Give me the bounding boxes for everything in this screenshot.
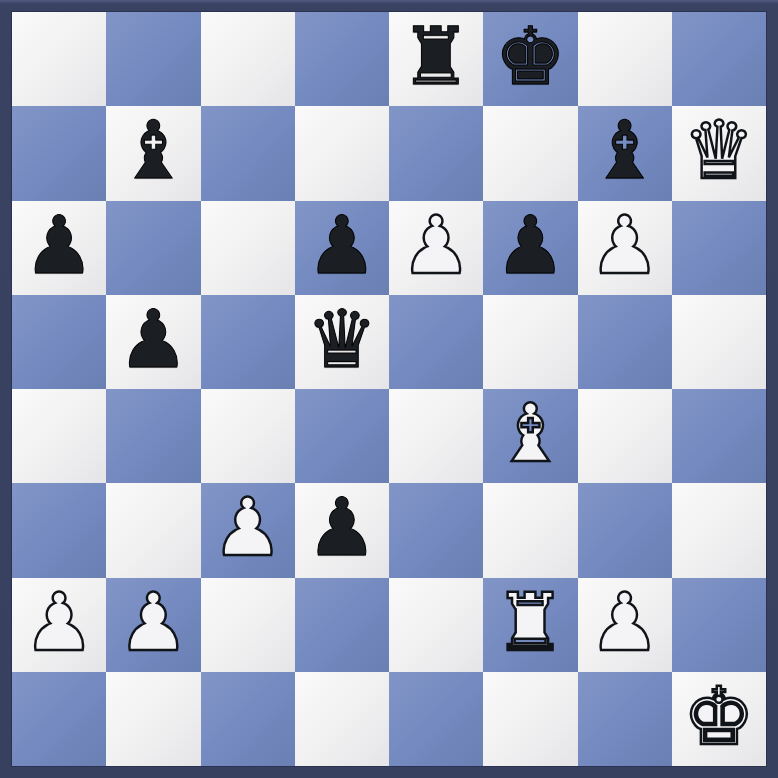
square-g1[interactable] — [578, 672, 672, 766]
square-b6[interactable] — [106, 201, 200, 295]
square-c2[interactable] — [201, 578, 295, 672]
white-bishop-piece[interactable]: ♝ — [495, 389, 567, 481]
white-rook-piece[interactable]: ♜ — [495, 578, 567, 670]
square-c1[interactable] — [201, 672, 295, 766]
square-h5[interactable] — [672, 295, 766, 389]
square-e2[interactable] — [389, 578, 483, 672]
square-h6[interactable] — [672, 201, 766, 295]
square-a3[interactable] — [12, 483, 106, 577]
square-g3[interactable] — [578, 483, 672, 577]
square-h3[interactable] — [672, 483, 766, 577]
board-frame: ♜♚♝♝♛♟♟♟♟♟♟♛♝♟♟♟♟♜♟♚ — [0, 0, 778, 778]
square-g6[interactable]: ♟ — [578, 201, 672, 295]
white-pawn-piece[interactable]: ♟ — [589, 201, 661, 293]
square-d3[interactable]: ♟ — [295, 483, 389, 577]
square-d8[interactable] — [295, 12, 389, 106]
square-a6[interactable]: ♟ — [12, 201, 106, 295]
square-g2[interactable]: ♟ — [578, 578, 672, 672]
square-f6[interactable]: ♟ — [483, 201, 577, 295]
square-e1[interactable] — [389, 672, 483, 766]
white-pawn-piece[interactable]: ♟ — [212, 483, 284, 575]
square-g8[interactable] — [578, 12, 672, 106]
square-d2[interactable] — [295, 578, 389, 672]
square-f7[interactable] — [483, 106, 577, 200]
square-c8[interactable] — [201, 12, 295, 106]
square-a5[interactable] — [12, 295, 106, 389]
square-g5[interactable] — [578, 295, 672, 389]
square-a7[interactable] — [12, 106, 106, 200]
square-d5[interactable]: ♛ — [295, 295, 389, 389]
square-c5[interactable] — [201, 295, 295, 389]
square-h8[interactable] — [672, 12, 766, 106]
square-e7[interactable] — [389, 106, 483, 200]
white-pawn-piece[interactable]: ♟ — [23, 578, 95, 670]
square-c4[interactable] — [201, 389, 295, 483]
square-d4[interactable] — [295, 389, 389, 483]
square-f2[interactable]: ♜ — [483, 578, 577, 672]
black-pawn-piece[interactable]: ♟ — [495, 201, 567, 293]
square-e6[interactable]: ♟ — [389, 201, 483, 295]
square-f8[interactable]: ♚ — [483, 12, 577, 106]
square-e3[interactable] — [389, 483, 483, 577]
white-king-piece[interactable]: ♚ — [683, 672, 755, 764]
white-queen-piece[interactable]: ♛ — [683, 106, 755, 198]
black-pawn-piece[interactable]: ♟ — [118, 295, 190, 387]
square-h4[interactable] — [672, 389, 766, 483]
square-d7[interactable] — [295, 106, 389, 200]
square-b4[interactable] — [106, 389, 200, 483]
square-f1[interactable] — [483, 672, 577, 766]
square-b5[interactable]: ♟ — [106, 295, 200, 389]
black-pawn-piece[interactable]: ♟ — [23, 201, 95, 293]
square-a8[interactable] — [12, 12, 106, 106]
square-h1[interactable]: ♚ — [672, 672, 766, 766]
square-h2[interactable] — [672, 578, 766, 672]
square-f4[interactable]: ♝ — [483, 389, 577, 483]
square-d1[interactable] — [295, 672, 389, 766]
square-b3[interactable] — [106, 483, 200, 577]
square-a2[interactable]: ♟ — [12, 578, 106, 672]
square-a4[interactable] — [12, 389, 106, 483]
square-b8[interactable] — [106, 12, 200, 106]
black-pawn-piece[interactable]: ♟ — [306, 483, 378, 575]
black-king-piece[interactable]: ♚ — [495, 12, 567, 104]
square-c3[interactable]: ♟ — [201, 483, 295, 577]
square-b1[interactable] — [106, 672, 200, 766]
chess-board: ♜♚♝♝♛♟♟♟♟♟♟♛♝♟♟♟♟♜♟♚ — [12, 12, 766, 766]
square-e8[interactable]: ♜ — [389, 12, 483, 106]
square-g7[interactable]: ♝ — [578, 106, 672, 200]
square-c6[interactable] — [201, 201, 295, 295]
black-bishop-piece[interactable]: ♝ — [589, 106, 661, 198]
square-g4[interactable] — [578, 389, 672, 483]
square-a1[interactable] — [12, 672, 106, 766]
square-b2[interactable]: ♟ — [106, 578, 200, 672]
square-f3[interactable] — [483, 483, 577, 577]
square-e5[interactable] — [389, 295, 483, 389]
white-pawn-piece[interactable]: ♟ — [400, 201, 472, 293]
white-pawn-piece[interactable]: ♟ — [589, 578, 661, 670]
square-e4[interactable] — [389, 389, 483, 483]
square-d6[interactable]: ♟ — [295, 201, 389, 295]
square-h7[interactable]: ♛ — [672, 106, 766, 200]
black-rook-piece[interactable]: ♜ — [400, 12, 472, 104]
black-bishop-piece[interactable]: ♝ — [118, 106, 190, 198]
black-pawn-piece[interactable]: ♟ — [306, 201, 378, 293]
square-b7[interactable]: ♝ — [106, 106, 200, 200]
square-f5[interactable] — [483, 295, 577, 389]
white-pawn-piece[interactable]: ♟ — [118, 578, 190, 670]
black-queen-piece[interactable]: ♛ — [306, 295, 378, 387]
square-c7[interactable] — [201, 106, 295, 200]
